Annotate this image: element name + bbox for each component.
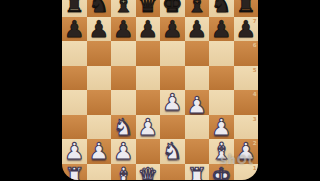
white-pawn-g3: ♟ bbox=[209, 115, 234, 140]
square-a8: ♜ bbox=[62, 0, 87, 17]
rank-coordinate-4: 4 bbox=[253, 91, 257, 97]
square-c3: ♞ bbox=[111, 115, 136, 140]
letterbox-left bbox=[0, 0, 62, 180]
square-d7: ♟ bbox=[136, 17, 161, 42]
rank-coordinate-6: 6 bbox=[253, 42, 257, 48]
square-d3: ♟ bbox=[136, 115, 161, 140]
square-a1: ♜ bbox=[62, 164, 87, 181]
square-b1 bbox=[87, 164, 112, 181]
white-pawn-c2: ♟ bbox=[111, 139, 136, 164]
square-h6: 6 bbox=[234, 41, 259, 66]
square-f2 bbox=[185, 139, 210, 164]
white-queen-d1: ♛ bbox=[136, 164, 161, 181]
square-e2: ♞ bbox=[160, 139, 185, 164]
square-a4 bbox=[62, 90, 87, 115]
square-a3 bbox=[62, 115, 87, 140]
square-e1 bbox=[160, 164, 185, 181]
square-d6 bbox=[136, 41, 161, 66]
square-f6 bbox=[185, 41, 210, 66]
black-queen-d8: ♛ bbox=[136, 0, 161, 17]
square-g5 bbox=[209, 66, 234, 91]
black-pawn-h7: ♟ bbox=[234, 17, 259, 42]
white-pawn-e4: ♟ bbox=[160, 90, 185, 115]
black-pawn-e7: ♟ bbox=[160, 17, 185, 42]
black-knight-g8: ♞ bbox=[209, 0, 234, 17]
video-stage: ♜♞♝♛♚♝♞8♜♟♟♟♟♟♟♟7♟65♟♟4♞♟♟3♟♟♟♞♝2♟♜♝♛♜♚1… bbox=[0, 0, 320, 180]
white-knight-e2: ♞ bbox=[160, 139, 185, 164]
white-pawn-b2: ♟ bbox=[87, 139, 112, 164]
square-f3 bbox=[185, 115, 210, 140]
square-h7: 7♟ bbox=[234, 17, 259, 42]
black-rook-a8: ♜ bbox=[62, 0, 87, 17]
square-h4: 4 bbox=[234, 90, 259, 115]
black-pawn-c7: ♟ bbox=[111, 17, 136, 42]
square-c1: ♝ bbox=[111, 164, 136, 181]
square-b2: ♟ bbox=[87, 139, 112, 164]
video-frame[interactable]: ♜♞♝♛♚♝♞8♜♟♟♟♟♟♟♟7♟65♟♟4♞♟♟3♟♟♟♞♝2♟♜♝♛♜♚1… bbox=[62, 0, 258, 180]
square-e7: ♟ bbox=[160, 17, 185, 42]
square-d2 bbox=[136, 139, 161, 164]
white-rook-f1: ♜ bbox=[185, 164, 210, 181]
square-b7: ♟ bbox=[87, 17, 112, 42]
square-a5 bbox=[62, 66, 87, 91]
square-b8: ♞ bbox=[87, 0, 112, 17]
square-f8: ♝ bbox=[185, 0, 210, 17]
letterbox-right bbox=[258, 0, 320, 180]
white-rook-a1: ♜ bbox=[62, 164, 87, 181]
square-a6 bbox=[62, 41, 87, 66]
square-g7: ♟ bbox=[209, 17, 234, 42]
square-b6 bbox=[87, 41, 112, 66]
square-c6 bbox=[111, 41, 136, 66]
square-d5 bbox=[136, 66, 161, 91]
square-e4: ♟ bbox=[160, 90, 185, 115]
square-b4 bbox=[87, 90, 112, 115]
square-a2: ♟ bbox=[62, 139, 87, 164]
black-knight-b8: ♞ bbox=[87, 0, 112, 17]
square-c8: ♝ bbox=[111, 0, 136, 17]
square-f1: ♜ bbox=[185, 164, 210, 181]
white-bishop-c1: ♝ bbox=[111, 164, 136, 181]
square-e6 bbox=[160, 41, 185, 66]
square-h3: 3 bbox=[234, 115, 259, 140]
white-pawn-a2: ♟ bbox=[62, 139, 87, 164]
white-pawn-d3: ♟ bbox=[136, 115, 161, 140]
square-c5 bbox=[111, 66, 136, 91]
square-b5 bbox=[87, 66, 112, 91]
square-g3: ♟ bbox=[209, 115, 234, 140]
black-pawn-g7: ♟ bbox=[209, 17, 234, 42]
square-d1: ♛ bbox=[136, 164, 161, 181]
black-pawn-a7: ♟ bbox=[62, 17, 87, 42]
square-b3 bbox=[87, 115, 112, 140]
rank-coordinate-5: 5 bbox=[253, 67, 257, 73]
square-f4: ♟ bbox=[185, 90, 210, 115]
square-d8: ♛ bbox=[136, 0, 161, 17]
square-h5: 5 bbox=[234, 66, 259, 91]
square-e3 bbox=[160, 115, 185, 140]
white-knight-c3: ♞ bbox=[111, 115, 136, 140]
square-g8: ♞ bbox=[209, 0, 234, 17]
watermark: shOt bbox=[220, 153, 254, 167]
black-pawn-b7: ♟ bbox=[87, 17, 112, 42]
black-pawn-d7: ♟ bbox=[136, 17, 161, 42]
square-g6 bbox=[209, 41, 234, 66]
black-bishop-f8: ♝ bbox=[185, 0, 210, 17]
square-c2: ♟ bbox=[111, 139, 136, 164]
square-c7: ♟ bbox=[111, 17, 136, 42]
black-rook-h8: ♜ bbox=[234, 0, 259, 17]
square-f7: ♟ bbox=[185, 17, 210, 42]
square-g4 bbox=[209, 90, 234, 115]
square-f5 bbox=[185, 66, 210, 91]
black-bishop-c8: ♝ bbox=[111, 0, 136, 17]
square-c4 bbox=[111, 90, 136, 115]
black-king-e8: ♚ bbox=[160, 0, 185, 17]
black-pawn-f7: ♟ bbox=[185, 17, 210, 42]
square-a7: ♟ bbox=[62, 17, 87, 42]
rank-coordinate-3: 3 bbox=[253, 116, 257, 122]
square-e8: ♚ bbox=[160, 0, 185, 17]
square-e5 bbox=[160, 66, 185, 91]
square-d4 bbox=[136, 90, 161, 115]
square-h8: 8♜ bbox=[234, 0, 259, 17]
